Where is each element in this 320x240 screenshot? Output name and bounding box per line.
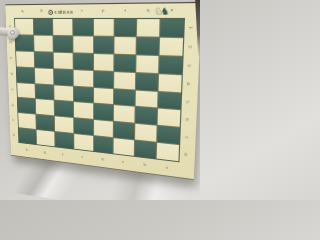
file-label-bottom-h: h	[26, 147, 28, 152]
square-h3[interactable]	[16, 51, 34, 67]
file-label-bottom-e: e	[81, 154, 83, 159]
square-g1[interactable]	[34, 19, 53, 35]
rank-label-left-4: 4	[9, 72, 13, 75]
square-g3[interactable]	[34, 52, 52, 68]
square-c4[interactable]	[114, 72, 135, 89]
square-d6[interactable]	[94, 104, 114, 121]
square-b7[interactable]	[135, 124, 156, 142]
rank-label-right-1: 1	[188, 26, 194, 29]
rank-label-left-3: 3	[8, 57, 12, 59]
file-label-bottom-b: b	[143, 162, 146, 167]
board-grid	[14, 18, 185, 162]
file-label-top-a: a	[171, 8, 174, 14]
square-b1[interactable]	[137, 19, 160, 36]
square-e6[interactable]	[74, 102, 93, 119]
square-f1[interactable]	[53, 19, 72, 35]
square-e8[interactable]	[74, 134, 93, 151]
square-d4[interactable]	[94, 71, 114, 88]
square-e1[interactable]	[73, 19, 93, 35]
square-c8[interactable]	[114, 138, 134, 156]
photo-scene: { "game": "chess", "scene": "overhead an…	[0, 0, 200, 200]
file-label-bottom-c: c	[122, 159, 124, 164]
square-h4[interactable]	[17, 67, 35, 83]
file-label-bottom-a: a	[166, 165, 168, 170]
square-d8[interactable]	[94, 136, 113, 153]
chess-mat: CHESS ♘♞ hgfedcba hgfedcba 12345678 1234…	[5, 2, 200, 180]
square-d2[interactable]	[94, 36, 114, 53]
square-a3[interactable]	[159, 56, 182, 74]
square-h7[interactable]	[18, 113, 35, 129]
square-c6[interactable]	[114, 106, 135, 123]
rank-label-left-2: 2	[8, 41, 12, 43]
rank-label-right-6: 6	[184, 118, 190, 121]
square-c7[interactable]	[114, 122, 134, 139]
square-g7[interactable]	[36, 115, 54, 131]
square-a4[interactable]	[159, 74, 182, 92]
square-g4[interactable]	[35, 68, 53, 84]
rank-label-right-4: 4	[186, 82, 192, 85]
rank-label-right-5: 5	[185, 100, 191, 103]
rank-label-left-5: 5	[10, 88, 14, 91]
file-label-top-c: c	[124, 8, 126, 13]
square-d3[interactable]	[94, 54, 114, 71]
file-labels-bottom: hgfedcba	[5, 3, 200, 5]
square-g5[interactable]	[35, 84, 53, 100]
file-label-top-e: e	[81, 9, 83, 14]
brand-text: CHESS	[54, 10, 74, 15]
file-label-top-b: b	[147, 8, 150, 14]
file-labels-top: hgfedcba	[5, 3, 200, 5]
file-label-top-g: g	[40, 9, 42, 14]
square-f8[interactable]	[55, 132, 73, 149]
square-a6[interactable]	[158, 109, 181, 127]
square-d1[interactable]	[94, 19, 115, 36]
square-b8[interactable]	[135, 141, 156, 159]
square-e7[interactable]	[74, 118, 93, 135]
square-a1[interactable]	[160, 19, 184, 37]
rank-label-left-6: 6	[10, 103, 14, 106]
square-b4[interactable]	[136, 73, 158, 91]
square-a2[interactable]	[160, 38, 183, 56]
square-g2[interactable]	[34, 35, 53, 51]
file-label-bottom-d: d	[101, 157, 103, 162]
rank-labels-right: 12345678	[5, 3, 200, 5]
square-e5[interactable]	[73, 86, 92, 103]
square-f7[interactable]	[55, 117, 73, 133]
square-b6[interactable]	[136, 107, 158, 125]
rank-label-right-8: 8	[183, 152, 188, 155]
square-f5[interactable]	[54, 85, 73, 101]
rank-labels-left: 12345678	[5, 3, 200, 5]
fallen-white-piece	[0, 23, 20, 41]
square-a7[interactable]	[157, 126, 179, 144]
rank-label-right-2: 2	[187, 45, 193, 48]
brand-mark: CHESS	[48, 9, 74, 16]
square-e3[interactable]	[73, 53, 92, 70]
file-label-top-d: d	[102, 8, 104, 13]
square-h8[interactable]	[19, 128, 36, 144]
rank-label-right-3: 3	[186, 63, 192, 66]
brand-logo-icon	[48, 10, 52, 15]
square-a5[interactable]	[158, 92, 181, 110]
square-e2[interactable]	[73, 36, 93, 53]
square-b5[interactable]	[136, 90, 158, 108]
rank-label-left-7: 7	[11, 118, 15, 121]
square-c3[interactable]	[115, 54, 136, 71]
square-g6[interactable]	[36, 99, 54, 115]
square-h5[interactable]	[17, 83, 35, 99]
rank-label-right-7: 7	[183, 135, 189, 138]
square-c5[interactable]	[114, 89, 135, 106]
file-label-top-h: h	[21, 9, 23, 14]
square-g8[interactable]	[37, 130, 55, 146]
square-a8[interactable]	[157, 143, 179, 161]
rank-label-left-8: 8	[11, 133, 15, 136]
square-c2[interactable]	[115, 37, 136, 54]
square-d7[interactable]	[94, 120, 114, 137]
square-h6[interactable]	[18, 98, 36, 114]
square-f3[interactable]	[53, 52, 72, 68]
square-d5[interactable]	[94, 87, 114, 104]
square-b3[interactable]	[137, 55, 159, 73]
piece-base	[6, 26, 20, 40]
file-label-bottom-g: g	[44, 149, 46, 154]
square-f6[interactable]	[54, 101, 73, 117]
file-label-bottom-f: f	[62, 152, 64, 157]
square-f4[interactable]	[54, 69, 73, 85]
square-e4[interactable]	[73, 70, 92, 87]
square-c1[interactable]	[115, 19, 136, 36]
square-f2[interactable]	[53, 36, 72, 52]
square-b2[interactable]	[137, 37, 159, 55]
knights-crest-icon: ♘♞	[154, 6, 168, 17]
